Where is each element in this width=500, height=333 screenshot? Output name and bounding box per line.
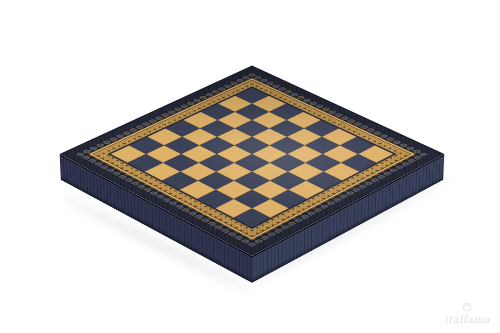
board-top-face — [60, 65, 445, 255]
board-frame — [62, 67, 441, 255]
board-scene — [0, 0, 500, 333]
chess-board-3d — [60, 65, 445, 255]
bead-trim — [75, 72, 429, 247]
product-photo: italfama — [0, 0, 500, 333]
